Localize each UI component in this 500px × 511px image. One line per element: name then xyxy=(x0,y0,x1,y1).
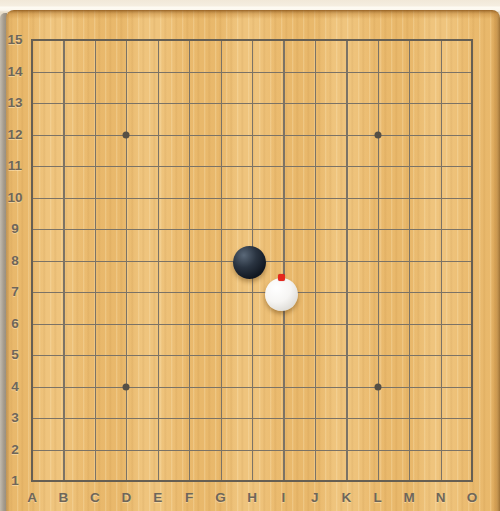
row-label-8: 8 xyxy=(2,252,28,270)
row-label-2: 2 xyxy=(2,441,28,459)
col-label-H: H xyxy=(242,490,262,506)
col-label-K: K xyxy=(336,490,356,506)
board-play-area[interactable] xyxy=(16,24,487,497)
col-label-L: L xyxy=(368,490,388,506)
col-label-F: F xyxy=(179,490,199,506)
row-label-13: 13 xyxy=(2,94,28,112)
row-label-7: 7 xyxy=(2,283,28,301)
row-label-10: 10 xyxy=(2,189,28,207)
go-app-window: { "game": "go", "board": { "size": 15, "… xyxy=(0,0,500,511)
row-label-11: 11 xyxy=(2,157,28,175)
col-label-M: M xyxy=(399,490,419,506)
row-label-15: 15 xyxy=(2,31,28,49)
col-label-E: E xyxy=(148,490,168,506)
row-label-14: 14 xyxy=(2,63,28,81)
last-move-marker xyxy=(278,274,285,281)
col-label-O: O xyxy=(462,490,482,506)
col-label-G: G xyxy=(211,490,231,506)
row-label-1: 1 xyxy=(2,472,28,490)
row-label-3: 3 xyxy=(2,409,28,427)
col-label-N: N xyxy=(431,490,451,506)
row-label-6: 6 xyxy=(2,315,28,333)
col-label-D: D xyxy=(116,490,136,506)
row-label-9: 9 xyxy=(2,220,28,238)
col-label-B: B xyxy=(53,490,73,506)
col-label-I: I xyxy=(273,490,293,506)
black-stone-H8 xyxy=(233,246,266,279)
col-label-C: C xyxy=(85,490,105,506)
col-label-J: J xyxy=(305,490,325,506)
row-label-12: 12 xyxy=(2,126,28,144)
white-stone-I7 xyxy=(265,278,298,311)
col-label-A: A xyxy=(22,490,42,506)
row-label-5: 5 xyxy=(2,346,28,364)
row-label-4: 4 xyxy=(2,378,28,396)
